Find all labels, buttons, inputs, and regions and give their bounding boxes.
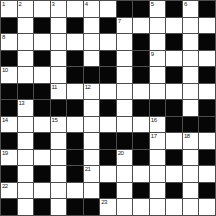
letter-cell-r6c9[interactable] — [133, 84, 149, 100]
block-cell-r1c13 — [199, 1, 215, 17]
letter-cell-r13c2[interactable] — [18, 199, 34, 215]
clue-number-22: 22 — [2, 183, 8, 190]
letter-cell-r7c12[interactable] — [183, 100, 199, 116]
block-cell-r4c3 — [34, 51, 50, 67]
clue-number-7: 7 — [118, 18, 121, 25]
letter-cell-r4c13[interactable] — [199, 51, 215, 67]
letter-cell-r5c8[interactable] — [117, 67, 133, 83]
block-cell-r1c9 — [133, 1, 149, 17]
clue-number-6: 6 — [184, 1, 187, 8]
block-cell-r13c6 — [84, 199, 100, 215]
block-cell-r5c13 — [199, 67, 215, 83]
block-cell-r8c13 — [199, 117, 215, 133]
letter-cell-r12c5[interactable] — [67, 183, 83, 199]
letter-cell-r13c4[interactable] — [51, 199, 67, 215]
letter-cell-r3c10[interactable] — [150, 34, 166, 50]
letter-cell-r4c6[interactable] — [84, 51, 100, 67]
letter-cell-r11c6[interactable]: 21 — [84, 166, 100, 182]
block-cell-r2c7 — [100, 18, 116, 34]
block-cell-r13c5 — [67, 199, 83, 215]
block-cell-r7c10 — [150, 100, 166, 116]
letter-cell-r11c7[interactable] — [100, 166, 116, 182]
letter-cell-r1c5[interactable] — [67, 1, 83, 17]
letter-cell-r3c8[interactable] — [117, 34, 133, 50]
letter-cell-r13c12[interactable] — [183, 199, 199, 215]
clue-number-4: 4 — [85, 1, 88, 8]
letter-cell-r13c11[interactable] — [166, 199, 182, 215]
letter-cell-r8c5[interactable] — [67, 117, 83, 133]
block-cell-r9c1 — [1, 133, 17, 149]
letter-cell-r1c2[interactable]: 2 — [18, 1, 34, 17]
block-cell-r12c9 — [133, 183, 149, 199]
letter-cell-r3c12[interactable] — [183, 34, 199, 50]
letter-cell-r11c11[interactable] — [166, 166, 182, 182]
letter-cell-r11c10[interactable] — [150, 166, 166, 182]
letter-cell-r8c7[interactable] — [100, 117, 116, 133]
letter-cell-r1c12[interactable]: 6 — [183, 1, 199, 17]
letter-cell-r9c6[interactable] — [84, 133, 100, 149]
letter-cell-r5c2[interactable] — [18, 67, 34, 83]
letter-cell-r3c6[interactable] — [84, 34, 100, 50]
block-cell-r3c13 — [199, 34, 215, 50]
letter-cell-r7c6[interactable] — [84, 100, 100, 116]
letter-cell-r6c13[interactable] — [199, 84, 215, 100]
letter-cell-r1c4[interactable]: 3 — [51, 1, 67, 17]
block-cell-r4c1 — [1, 51, 17, 67]
block-cell-r6c1 — [1, 84, 17, 100]
letter-cell-r4c12[interactable] — [183, 51, 199, 67]
letter-cell-r8c4[interactable]: 15 — [51, 117, 67, 133]
clue-number-20: 20 — [118, 150, 124, 157]
block-cell-r4c9 — [133, 51, 149, 67]
letter-cell-r2c11[interactable] — [166, 18, 182, 34]
clue-number-21: 21 — [85, 166, 91, 173]
letter-cell-r12c12[interactable] — [183, 183, 199, 199]
crossword-grid: 1234567891011121314151617181920212223 — [0, 0, 216, 216]
letter-cell-r5c3[interactable] — [34, 67, 50, 83]
block-cell-r4c7 — [100, 51, 116, 67]
block-cell-r3c11 — [166, 34, 182, 50]
block-cell-r8c12 — [183, 117, 199, 133]
block-cell-r7c7 — [100, 100, 116, 116]
letter-cell-r10c8[interactable]: 20 — [117, 150, 133, 166]
letter-cell-r10c10[interactable] — [150, 150, 166, 166]
letter-cell-r1c6[interactable]: 4 — [84, 1, 100, 17]
block-cell-r5c7 — [100, 67, 116, 83]
block-cell-r7c9 — [133, 100, 149, 116]
letter-cell-r2c13[interactable] — [199, 18, 215, 34]
block-cell-r9c9 — [133, 133, 149, 149]
block-cell-r7c11 — [166, 100, 182, 116]
clue-number-5: 5 — [151, 1, 154, 8]
letter-cell-r9c12[interactable]: 18 — [183, 133, 199, 149]
clue-number-18: 18 — [184, 133, 190, 140]
letter-cell-r2c2[interactable] — [18, 18, 34, 34]
letter-cell-r8c6[interactable] — [84, 117, 100, 133]
letter-cell-r13c10[interactable] — [150, 199, 166, 215]
letter-cell-r2c9[interactable] — [133, 18, 149, 34]
letter-cell-r5c4[interactable] — [51, 67, 67, 83]
letter-cell-r4c4[interactable] — [51, 51, 67, 67]
letter-cell-r13c7[interactable]: 23 — [100, 199, 116, 215]
letter-cell-r11c13[interactable] — [199, 166, 215, 182]
letter-cell-r13c9[interactable] — [133, 199, 149, 215]
letter-cell-r5c12[interactable] — [183, 67, 199, 83]
clue-number-23: 23 — [101, 199, 107, 206]
letter-cell-r12c4[interactable] — [51, 183, 67, 199]
block-cell-r9c5 — [67, 133, 83, 149]
block-cell-r13c1 — [1, 199, 17, 215]
letter-cell-r7c8[interactable] — [117, 100, 133, 116]
letter-cell-r10c4[interactable] — [51, 150, 67, 166]
letter-cell-r6c10[interactable] — [150, 84, 166, 100]
clue-number-13: 13 — [19, 100, 25, 107]
letter-cell-r1c3[interactable] — [34, 1, 50, 17]
letter-cell-r12c8[interactable] — [117, 183, 133, 199]
letter-cell-r1c7[interactable] — [100, 1, 116, 17]
letter-cell-r3c4[interactable] — [51, 34, 67, 50]
clue-number-2: 2 — [19, 1, 22, 8]
letter-cell-r11c4[interactable] — [51, 166, 67, 182]
block-cell-r10c11 — [166, 150, 182, 166]
block-cell-r6c3 — [34, 84, 50, 100]
block-cell-r4c5 — [67, 51, 83, 67]
letter-cell-r3c7[interactable] — [100, 34, 116, 50]
letter-cell-r6c8[interactable] — [117, 84, 133, 100]
letter-cell-r12c6[interactable] — [84, 183, 100, 199]
block-cell-r12c13 — [199, 183, 215, 199]
letter-cell-r2c8[interactable]: 7 — [117, 18, 133, 34]
letter-cell-r6c5[interactable] — [67, 84, 83, 100]
clue-number-12: 12 — [85, 84, 91, 91]
letter-cell-r6c6[interactable]: 12 — [84, 84, 100, 100]
letter-cell-r11c8[interactable] — [117, 166, 133, 182]
block-cell-r5c5 — [67, 67, 83, 83]
block-cell-r5c11 — [166, 67, 182, 83]
letter-cell-r6c11[interactable] — [166, 84, 182, 100]
letter-cell-r9c2[interactable] — [18, 133, 34, 149]
block-cell-r2c1 — [1, 18, 17, 34]
block-cell-r5c9 — [133, 67, 149, 83]
clue-number-1: 1 — [2, 1, 5, 8]
block-cell-r10c9 — [133, 150, 149, 166]
letter-cell-r12c2[interactable] — [18, 183, 34, 199]
letter-cell-r3c5[interactable] — [67, 34, 83, 50]
clue-number-11: 11 — [52, 84, 57, 91]
clue-number-3: 3 — [52, 1, 55, 8]
letter-cell-r8c8[interactable] — [117, 117, 133, 133]
clue-number-14: 14 — [2, 117, 8, 124]
letter-cell-r8c9[interactable] — [133, 117, 149, 133]
letter-cell-r6c4[interactable]: 11 — [51, 84, 67, 100]
letter-cell-r13c8[interactable] — [117, 199, 133, 215]
clue-number-9: 9 — [151, 51, 154, 58]
block-cell-r10c5 — [67, 150, 83, 166]
letter-cell-r10c2[interactable] — [18, 150, 34, 166]
letter-cell-r11c9[interactable] — [133, 166, 149, 182]
block-cell-r1c8 — [117, 1, 133, 17]
block-cell-r7c5 — [67, 100, 83, 116]
letter-cell-r8c1[interactable]: 14 — [1, 117, 17, 133]
block-cell-r8c11 — [166, 117, 182, 133]
block-cell-r7c3 — [34, 100, 50, 116]
block-cell-r12c7 — [100, 183, 116, 199]
block-cell-r3c9 — [133, 34, 149, 50]
letter-cell-r9c10[interactable]: 17 — [150, 133, 166, 149]
letter-cell-r1c10[interactable]: 5 — [150, 1, 166, 17]
letter-cell-r9c13[interactable] — [199, 133, 215, 149]
letter-cell-r6c12[interactable] — [183, 84, 199, 100]
block-cell-r10c13 — [199, 150, 215, 166]
clue-number-8: 8 — [2, 34, 5, 41]
clue-number-17: 17 — [151, 133, 157, 140]
letter-cell-r13c13[interactable] — [199, 199, 215, 215]
clue-number-10: 10 — [2, 67, 8, 74]
block-cell-r11c5 — [67, 166, 83, 182]
letter-cell-r4c8[interactable] — [117, 51, 133, 67]
block-cell-r9c3 — [34, 133, 50, 149]
block-cell-r7c13 — [199, 100, 215, 116]
letter-cell-r4c10[interactable]: 9 — [150, 51, 166, 67]
letter-cell-r5c1[interactable]: 10 — [1, 67, 17, 83]
letter-cell-r4c11[interactable] — [166, 51, 182, 67]
letter-cell-r7c2[interactable]: 13 — [18, 100, 34, 116]
block-cell-r6c2 — [18, 84, 34, 100]
clue-number-15: 15 — [52, 117, 58, 124]
block-cell-r7c1 — [1, 100, 17, 116]
letter-cell-r12c3[interactable] — [34, 183, 50, 199]
letter-cell-r3c1[interactable]: 8 — [1, 34, 17, 50]
block-cell-r5c6 — [84, 67, 100, 83]
letter-cell-r8c3[interactable] — [34, 117, 50, 133]
clue-number-19: 19 — [2, 150, 8, 157]
letter-cell-r10c3[interactable] — [34, 150, 50, 166]
block-cell-r2c5 — [67, 18, 83, 34]
letter-cell-r6c7[interactable] — [100, 84, 116, 100]
block-cell-r12c11 — [166, 183, 182, 199]
letter-cell-r2c10[interactable] — [150, 18, 166, 34]
block-cell-r10c7 — [100, 150, 116, 166]
letter-cell-r9c11[interactable] — [166, 133, 182, 149]
letter-cell-r8c10[interactable]: 16 — [150, 117, 166, 133]
block-cell-r2c3 — [34, 18, 50, 34]
crossword-page: 1234567891011121314151617181920212223 — [0, 0, 216, 216]
letter-cell-r12c10[interactable] — [150, 183, 166, 199]
clue-number-16: 16 — [151, 117, 157, 124]
block-cell-r9c7 — [100, 133, 116, 149]
letter-cell-r12c1[interactable]: 22 — [1, 183, 17, 199]
letter-cell-r11c2[interactable] — [18, 166, 34, 182]
block-cell-r7c4 — [51, 100, 67, 116]
letter-cell-r10c1[interactable]: 19 — [1, 150, 17, 166]
letter-cell-r11c12[interactable] — [183, 166, 199, 182]
letter-cell-r3c3[interactable] — [34, 34, 50, 50]
letter-cell-r10c12[interactable] — [183, 150, 199, 166]
letter-cell-r10c6[interactable] — [84, 150, 100, 166]
letter-cell-r8c2[interactable] — [18, 117, 34, 133]
letter-cell-r2c4[interactable] — [51, 18, 67, 34]
block-cell-r11c3 — [34, 166, 50, 182]
block-cell-r9c8 — [117, 133, 133, 149]
letter-cell-r9c4[interactable] — [51, 133, 67, 149]
block-cell-r1c11 — [166, 1, 182, 17]
letter-cell-r2c12[interactable] — [183, 18, 199, 34]
letter-cell-r2c6[interactable] — [84, 18, 100, 34]
letter-cell-r3c2[interactable] — [18, 34, 34, 50]
letter-cell-r1c1[interactable]: 1 — [1, 1, 17, 17]
letter-cell-r5c10[interactable] — [150, 67, 166, 83]
letter-cell-r4c2[interactable] — [18, 51, 34, 67]
block-cell-r13c3 — [34, 199, 50, 215]
block-cell-r11c1 — [1, 166, 17, 182]
